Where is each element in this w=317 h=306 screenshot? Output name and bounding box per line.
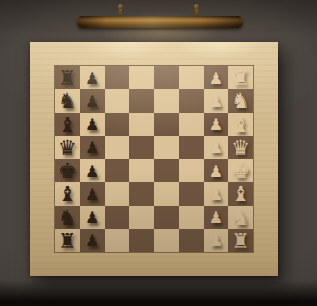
board-square[interactable]: ♟ xyxy=(80,182,105,205)
board-square[interactable] xyxy=(154,136,179,159)
chess-piece-light-pawn[interactable]: ♟ xyxy=(209,94,223,110)
board-square[interactable]: ♞ xyxy=(228,206,253,229)
chess-piece-dark-knight[interactable]: ♞ xyxy=(58,91,77,112)
board-square[interactable]: ♟ xyxy=(204,136,229,159)
chess-piece-light-pawn[interactable]: ♟ xyxy=(209,233,223,249)
chess-piece-light-bishop[interactable]: ♝ xyxy=(231,184,250,205)
chess-piece-light-rook[interactable]: ♜ xyxy=(231,231,250,252)
board-square[interactable] xyxy=(154,229,179,252)
chess-piece-dark-pawn[interactable]: ♟ xyxy=(85,140,99,156)
chess-piece-dark-pawn[interactable]: ♟ xyxy=(85,94,99,110)
chess-piece-light-bishop[interactable]: ♝ xyxy=(231,115,250,136)
chess-piece-dark-queen[interactable]: ♛ xyxy=(58,138,77,159)
board-square[interactable] xyxy=(154,182,179,205)
board-square[interactable] xyxy=(154,66,179,89)
chess-piece-light-pawn[interactable]: ♟ xyxy=(209,117,223,133)
chess-board: ♜♟♟♜♞♟♟♞♝♟♟♝♛♟♟♛♚♟♟♚♝♟♟♝♞♟♟♞♜♟♟♜ xyxy=(55,66,253,252)
board-square[interactable]: ♟ xyxy=(204,206,229,229)
board-square[interactable]: ♜ xyxy=(55,66,80,89)
board-square[interactable] xyxy=(179,89,204,112)
board-square[interactable] xyxy=(105,182,130,205)
chess-piece-dark-pawn[interactable]: ♟ xyxy=(85,210,99,226)
board-square[interactable] xyxy=(129,206,154,229)
chess-piece-dark-rook[interactable]: ♜ xyxy=(58,68,77,89)
chess-piece-dark-knight[interactable]: ♞ xyxy=(58,208,77,229)
board-square[interactable] xyxy=(105,113,130,136)
chess-piece-light-pawn[interactable]: ♟ xyxy=(209,210,223,226)
board-square[interactable] xyxy=(129,182,154,205)
board-square[interactable]: ♝ xyxy=(228,113,253,136)
board-square[interactable]: ♜ xyxy=(55,229,80,252)
board-square[interactable] xyxy=(129,159,154,182)
board-square[interactable]: ♟ xyxy=(204,182,229,205)
board-square[interactable]: ♞ xyxy=(55,206,80,229)
board-square[interactable] xyxy=(179,66,204,89)
chess-piece-light-pawn[interactable]: ♟ xyxy=(209,187,223,203)
board-square[interactable] xyxy=(154,159,179,182)
chess-piece-light-pawn[interactable]: ♟ xyxy=(209,164,223,180)
board-square[interactable]: ♝ xyxy=(55,182,80,205)
chess-piece-dark-rook[interactable]: ♜ xyxy=(58,231,77,252)
chess-piece-dark-pawn[interactable]: ♟ xyxy=(85,233,99,249)
board-square[interactable]: ♛ xyxy=(228,136,253,159)
board-square[interactable]: ♟ xyxy=(80,66,105,89)
board-square[interactable]: ♟ xyxy=(204,113,229,136)
board-square[interactable] xyxy=(179,182,204,205)
board-square[interactable]: ♟ xyxy=(80,229,105,252)
chess-piece-dark-pawn[interactable]: ♟ xyxy=(85,71,99,87)
board-square[interactable] xyxy=(105,66,130,89)
board-square[interactable] xyxy=(105,229,130,252)
board-square[interactable]: ♟ xyxy=(80,89,105,112)
board-square[interactable]: ♟ xyxy=(204,159,229,182)
board-square[interactable]: ♟ xyxy=(204,89,229,112)
chess-board-frame: ♜♟♟♜♞♟♟♞♝♟♟♝♛♟♟♛♚♟♟♚♝♟♟♝♞♟♟♞♜♟♟♜ xyxy=(30,42,278,276)
board-square[interactable] xyxy=(129,66,154,89)
board-square[interactable]: ♟ xyxy=(204,229,229,252)
board-square[interactable]: ♞ xyxy=(228,89,253,112)
board-square[interactable]: ♞ xyxy=(55,89,80,112)
chess-piece-light-pawn[interactable]: ♟ xyxy=(209,140,223,156)
board-square[interactable] xyxy=(129,136,154,159)
board-square[interactable] xyxy=(105,206,130,229)
board-square[interactable] xyxy=(129,89,154,112)
board-square[interactable]: ♚ xyxy=(55,159,80,182)
chess-piece-light-pawn[interactable]: ♟ xyxy=(209,71,223,87)
board-square[interactable] xyxy=(179,229,204,252)
chess-piece-light-knight[interactable]: ♞ xyxy=(231,208,250,229)
board-square[interactable] xyxy=(179,136,204,159)
board-square[interactable] xyxy=(179,206,204,229)
chess-piece-dark-bishop[interactable]: ♝ xyxy=(58,115,77,136)
board-square[interactable]: ♚ xyxy=(228,159,253,182)
board-square[interactable]: ♜ xyxy=(228,66,253,89)
board-square[interactable] xyxy=(105,136,130,159)
board-square[interactable] xyxy=(179,159,204,182)
board-square[interactable] xyxy=(105,159,130,182)
board-square[interactable] xyxy=(129,229,154,252)
board-square[interactable]: ♟ xyxy=(204,66,229,89)
board-square[interactable] xyxy=(154,113,179,136)
board-square[interactable]: ♝ xyxy=(228,182,253,205)
chess-piece-dark-pawn[interactable]: ♟ xyxy=(85,187,99,203)
board-square[interactable]: ♟ xyxy=(80,159,105,182)
board-square[interactable] xyxy=(179,113,204,136)
board-square[interactable] xyxy=(154,89,179,112)
picture-light xyxy=(77,16,243,28)
board-square[interactable]: ♟ xyxy=(80,136,105,159)
chess-piece-dark-bishop[interactable]: ♝ xyxy=(58,184,77,205)
board-square[interactable]: ♟ xyxy=(80,206,105,229)
board-square[interactable] xyxy=(129,113,154,136)
board-square[interactable]: ♟ xyxy=(80,113,105,136)
chess-piece-dark-pawn[interactable]: ♟ xyxy=(85,117,99,133)
board-square[interactable] xyxy=(105,89,130,112)
board-square[interactable]: ♝ xyxy=(55,113,80,136)
board-square[interactable] xyxy=(154,206,179,229)
chess-piece-light-king[interactable]: ♚ xyxy=(231,161,250,182)
chess-piece-light-queen[interactable]: ♛ xyxy=(231,138,250,159)
wall-scene: ♜♟♟♜♞♟♟♞♝♟♟♝♛♟♟♛♚♟♟♚♝♟♟♝♞♟♟♞♜♟♟♜ xyxy=(0,0,317,306)
chess-piece-dark-pawn[interactable]: ♟ xyxy=(85,164,99,180)
board-square[interactable]: ♛ xyxy=(55,136,80,159)
chess-piece-light-rook[interactable]: ♜ xyxy=(231,68,250,89)
board-square[interactable]: ♜ xyxy=(228,229,253,252)
chess-piece-light-knight[interactable]: ♞ xyxy=(231,91,250,112)
chess-piece-dark-king[interactable]: ♚ xyxy=(58,161,77,182)
